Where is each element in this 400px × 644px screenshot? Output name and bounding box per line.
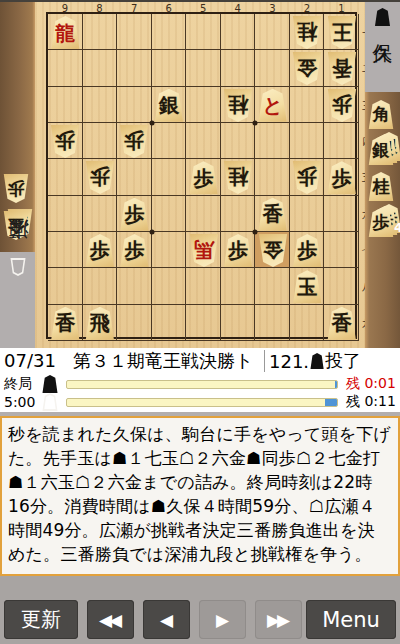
board-square[interactable] xyxy=(186,123,221,159)
hand-piece: 角 xyxy=(368,100,394,129)
sente-player-area: 久保 xyxy=(365,2,400,92)
board-square[interactable] xyxy=(152,196,187,232)
board-square[interactable] xyxy=(221,196,256,232)
toolbar: 更新 ◀◀ ◀ ▶ ▶▶ Menu xyxy=(0,576,400,644)
board-square[interactable] xyxy=(83,87,118,123)
sente-hand-銀[interactable]: 銀銀銀 xyxy=(368,136,398,168)
board-square[interactable] xyxy=(152,268,187,304)
gote-remaining-time: 残 0:11 xyxy=(346,393,398,411)
board-square[interactable] xyxy=(48,159,83,195)
board-square[interactable] xyxy=(255,305,290,341)
file-coordinate-label: 4 xyxy=(221,3,255,14)
divider xyxy=(264,350,265,372)
board-star-dot xyxy=(253,120,258,125)
gote-clock-row: 5:00 残 0:11 xyxy=(2,393,398,411)
sente-captured-tray: 角銀銀銀桂歩歩歩4 xyxy=(365,92,400,348)
board-square[interactable] xyxy=(117,87,152,123)
sente-clock-row: 終局 残 0:01 xyxy=(2,375,398,393)
board-square[interactable] xyxy=(255,14,290,50)
board-square[interactable] xyxy=(255,123,290,159)
shogi-app-window: 歩金金 広瀬 987654321一二三四五六七八九龍桂王金香銀桂と歩歩歩歩歩桂歩… xyxy=(0,0,400,644)
file-coordinate-label: 5 xyxy=(186,3,220,14)
board-region: 歩金金 広瀬 987654321一二三四五六七八九龍桂王金香銀桂と歩歩歩歩歩桂歩… xyxy=(0,0,400,346)
black-shogi-piece-icon xyxy=(42,375,58,393)
board-square[interactable] xyxy=(48,87,83,123)
sente-time-bar xyxy=(66,380,338,389)
board-square[interactable] xyxy=(117,50,152,86)
gote-time-bar xyxy=(66,398,338,407)
board-grid[interactable]: 987654321一二三四五六七八九龍桂王金香銀桂と歩歩歩歩歩桂歩歩歩香歩歩馬歩… xyxy=(46,12,357,339)
event-name: 第３１期竜王戦決勝ト xyxy=(73,350,253,371)
board-square[interactable] xyxy=(186,305,221,341)
rewind-button[interactable]: ◀◀ xyxy=(87,600,134,639)
board-square[interactable] xyxy=(290,123,325,159)
board-square[interactable] xyxy=(48,196,83,232)
sente-hand-歩[interactable]: 歩歩歩4 xyxy=(368,208,398,240)
event-title: 07/31 第３１期竜王戦決勝ト xyxy=(0,349,264,373)
board-square[interactable] xyxy=(48,232,83,268)
board-square[interactable] xyxy=(48,50,83,86)
board-square[interactable] xyxy=(290,87,325,123)
prev-move-button[interactable]: ◀ xyxy=(143,600,190,639)
board-square[interactable] xyxy=(152,50,187,86)
board-square[interactable] xyxy=(186,268,221,304)
gote-hand-金[interactable]: 金金 xyxy=(3,211,33,243)
board-square[interactable] xyxy=(152,232,187,268)
board-square[interactable] xyxy=(221,50,256,86)
file-coordinate-label: 1 xyxy=(324,3,358,14)
white-shogi-piece-icon xyxy=(42,393,58,411)
board-square[interactable] xyxy=(117,268,152,304)
hand-piece: 金 xyxy=(3,211,29,240)
move-text: 投了 xyxy=(325,349,361,373)
board-square[interactable] xyxy=(290,196,325,232)
board-square[interactable] xyxy=(186,14,221,50)
sente-clock-status: 終局 xyxy=(2,375,38,393)
gote-player-area: 広瀬 xyxy=(0,252,35,348)
board-square[interactable] xyxy=(83,268,118,304)
menu-button[interactable]: Menu xyxy=(306,600,396,639)
commentary-text[interactable]: 秒を読まれた久保は、駒台に手をやって頭を下げた。先手玉は☗１七玉☖２六金☗同歩☖… xyxy=(0,416,400,576)
file-coordinate-label: 9 xyxy=(48,3,82,14)
file-coordinate-label: 3 xyxy=(255,3,289,14)
board-square[interactable] xyxy=(221,14,256,50)
board-star-dot xyxy=(149,229,154,234)
board-square[interactable] xyxy=(83,196,118,232)
board-square[interactable] xyxy=(255,50,290,86)
board-square[interactable] xyxy=(221,305,256,341)
clock-panel: 終局 残 0:01 5:00 残 0:11 xyxy=(0,374,400,412)
black-shogi-piece-icon xyxy=(375,8,391,26)
file-coordinate-label: 7 xyxy=(117,3,151,14)
board-square[interactable] xyxy=(324,196,359,232)
board-square[interactable] xyxy=(83,50,118,86)
hand-piece-count: 4 xyxy=(394,220,400,235)
board-star-dot xyxy=(253,229,258,234)
board-square[interactable] xyxy=(221,123,256,159)
board-square[interactable] xyxy=(117,305,152,341)
board-square[interactable] xyxy=(117,14,152,50)
board-square[interactable] xyxy=(152,305,187,341)
game-date: 07/31 xyxy=(4,350,56,371)
next-move-button[interactable]: ▶ xyxy=(199,600,246,639)
move-number: 121. xyxy=(269,351,309,372)
board-square[interactable] xyxy=(186,87,221,123)
board-square[interactable] xyxy=(48,268,83,304)
sente-hand-桂[interactable]: 桂 xyxy=(368,172,398,204)
board-square[interactable] xyxy=(221,268,256,304)
info-bar: 07/31 第３１期竜王戦決勝ト 121. 投了 xyxy=(0,348,400,374)
board-square[interactable] xyxy=(324,123,359,159)
board-square[interactable] xyxy=(152,159,187,195)
board-square[interactable] xyxy=(186,50,221,86)
board-square[interactable] xyxy=(324,232,359,268)
sente-hand-角[interactable]: 角 xyxy=(368,100,398,132)
board-square[interactable] xyxy=(152,14,187,50)
fast-forward-button[interactable]: ▶▶ xyxy=(255,600,302,639)
board-square[interactable] xyxy=(117,159,152,195)
white-shogi-piece-icon xyxy=(10,258,26,276)
black-shogi-piece-icon xyxy=(310,353,324,369)
sente-remaining-time: 残 0:01 xyxy=(346,375,398,393)
hand-piece: 桂 xyxy=(368,172,394,201)
gote-player-label: 広瀬 xyxy=(7,252,29,276)
board-square[interactable] xyxy=(255,159,290,195)
board-square[interactable] xyxy=(255,268,290,304)
board-star-dot xyxy=(149,120,154,125)
update-button[interactable]: 更新 xyxy=(4,600,78,639)
board-square[interactable] xyxy=(186,196,221,232)
last-move-display: 121. 投了 xyxy=(269,349,361,373)
board-square[interactable] xyxy=(324,268,359,304)
gote-hand-歩[interactable]: 歩 xyxy=(3,174,33,206)
file-coordinate-label: 8 xyxy=(83,3,117,14)
board-square[interactable] xyxy=(290,305,325,341)
hand-piece: 歩 xyxy=(3,174,29,203)
gote-captured-tray: 歩金金 xyxy=(0,2,35,252)
board-square[interactable] xyxy=(83,14,118,50)
file-coordinate-label: 2 xyxy=(290,3,324,14)
board-square[interactable] xyxy=(152,123,187,159)
shogi-board: 987654321一二三四五六七八九龍桂王金香銀桂と歩歩歩歩歩桂歩歩歩香歩歩馬歩… xyxy=(35,2,367,348)
gote-clock-status: 5:00 xyxy=(2,394,38,410)
board-square[interactable] xyxy=(83,123,118,159)
file-coordinate-label: 6 xyxy=(152,3,186,14)
